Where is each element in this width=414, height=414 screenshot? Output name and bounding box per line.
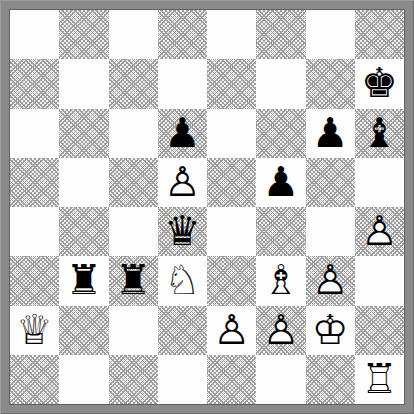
white-bishop: ♝♗ xyxy=(256,256,305,305)
black-pawn-glyph: ♟ xyxy=(306,109,355,158)
square-d8[interactable] xyxy=(158,10,207,59)
white-king: ♚♔ xyxy=(306,306,355,355)
square-a4[interactable] xyxy=(10,207,59,256)
square-c3[interactable]: ♜♜ xyxy=(109,256,158,305)
square-b5[interactable] xyxy=(59,158,108,207)
white-bishop-glyph: ♗ xyxy=(256,256,305,305)
black-rook: ♜♜ xyxy=(59,256,108,305)
white-rook: ♜♖ xyxy=(355,355,404,404)
black-rook-glyph: ♜ xyxy=(59,256,108,305)
square-h5[interactable] xyxy=(355,158,404,207)
square-b3[interactable]: ♜♜ xyxy=(59,256,108,305)
white-pawn: ♟♙ xyxy=(256,306,305,355)
white-pawn-glyph: ♙ xyxy=(256,306,305,355)
black-pawn: ♟♟ xyxy=(306,109,355,158)
square-a7[interactable] xyxy=(10,59,59,108)
square-f3[interactable]: ♝♗ xyxy=(256,256,305,305)
square-f4[interactable] xyxy=(256,207,305,256)
square-c7[interactable] xyxy=(109,59,158,108)
square-h6[interactable]: ♝♝ xyxy=(355,109,404,158)
black-pawn: ♟♟ xyxy=(158,109,207,158)
square-c8[interactable] xyxy=(109,10,158,59)
square-b7[interactable] xyxy=(59,59,108,108)
square-a6[interactable] xyxy=(10,109,59,158)
square-e6[interactable] xyxy=(207,109,256,158)
white-knight-glyph: ♘ xyxy=(158,256,207,305)
square-g2[interactable]: ♚♔ xyxy=(306,306,355,355)
white-queen-glyph: ♕ xyxy=(10,306,59,355)
white-pawn-glyph: ♙ xyxy=(355,207,404,256)
black-pawn-glyph: ♟ xyxy=(256,158,305,207)
square-f2[interactable]: ♟♙ xyxy=(256,306,305,355)
square-h7[interactable]: ♚♚ xyxy=(355,59,404,108)
black-rook-glyph: ♜ xyxy=(109,256,158,305)
white-pawn-glyph: ♙ xyxy=(306,256,355,305)
square-e5[interactable] xyxy=(207,158,256,207)
square-f1[interactable] xyxy=(256,355,305,404)
square-g6[interactable]: ♟♟ xyxy=(306,109,355,158)
square-b8[interactable] xyxy=(59,10,108,59)
square-g5[interactable] xyxy=(306,158,355,207)
black-rook: ♜♜ xyxy=(109,256,158,305)
black-queen-glyph: ♛ xyxy=(158,207,207,256)
white-pawn: ♟♙ xyxy=(158,158,207,207)
square-c2[interactable] xyxy=(109,306,158,355)
white-pawn-glyph: ♙ xyxy=(207,306,256,355)
white-rook-glyph: ♖ xyxy=(355,355,404,404)
square-d2[interactable] xyxy=(158,306,207,355)
black-pawn-glyph: ♟ xyxy=(158,109,207,158)
black-king: ♚♚ xyxy=(355,59,404,108)
square-e7[interactable] xyxy=(207,59,256,108)
black-pawn: ♟♟ xyxy=(256,158,305,207)
square-a1[interactable] xyxy=(10,355,59,404)
square-e1[interactable] xyxy=(207,355,256,404)
black-king-glyph: ♚ xyxy=(355,59,404,108)
square-b6[interactable] xyxy=(59,109,108,158)
square-c4[interactable] xyxy=(109,207,158,256)
square-a5[interactable] xyxy=(10,158,59,207)
square-g8[interactable] xyxy=(306,10,355,59)
square-h1[interactable]: ♜♖ xyxy=(355,355,404,404)
square-a8[interactable] xyxy=(10,10,59,59)
square-e8[interactable] xyxy=(207,10,256,59)
square-b2[interactable] xyxy=(59,306,108,355)
square-c1[interactable] xyxy=(109,355,158,404)
square-d1[interactable] xyxy=(158,355,207,404)
square-h8[interactable] xyxy=(355,10,404,59)
white-king-glyph: ♔ xyxy=(306,306,355,355)
square-a2[interactable]: ♛♕ xyxy=(10,306,59,355)
square-g4[interactable] xyxy=(306,207,355,256)
square-h4[interactable]: ♟♙ xyxy=(355,207,404,256)
board-frame: ♚♚♟♟♟♟♝♝♟♙♟♟♛♛♟♙♜♜♜♜♞♘♝♗♟♙♛♕♟♙♟♙♚♔♜♖ xyxy=(0,0,414,414)
square-h2[interactable] xyxy=(355,306,404,355)
square-g1[interactable] xyxy=(306,355,355,404)
square-c6[interactable] xyxy=(109,109,158,158)
square-f5[interactable]: ♟♟ xyxy=(256,158,305,207)
square-c5[interactable] xyxy=(109,158,158,207)
square-e4[interactable] xyxy=(207,207,256,256)
white-pawn: ♟♙ xyxy=(207,306,256,355)
square-b4[interactable] xyxy=(59,207,108,256)
square-h3[interactable] xyxy=(355,256,404,305)
square-g3[interactable]: ♟♙ xyxy=(306,256,355,305)
square-f8[interactable] xyxy=(256,10,305,59)
square-d7[interactable] xyxy=(158,59,207,108)
white-pawn: ♟♙ xyxy=(355,207,404,256)
square-d4[interactable]: ♛♛ xyxy=(158,207,207,256)
square-b1[interactable] xyxy=(59,355,108,404)
square-f6[interactable] xyxy=(256,109,305,158)
square-f7[interactable] xyxy=(256,59,305,108)
white-queen: ♛♕ xyxy=(10,306,59,355)
square-d3[interactable]: ♞♘ xyxy=(158,256,207,305)
white-pawn-glyph: ♙ xyxy=(158,158,207,207)
chess-board: ♚♚♟♟♟♟♝♝♟♙♟♟♛♛♟♙♜♜♜♜♞♘♝♗♟♙♛♕♟♙♟♙♚♔♜♖ xyxy=(10,10,404,404)
square-e2[interactable]: ♟♙ xyxy=(207,306,256,355)
square-d5[interactable]: ♟♙ xyxy=(158,158,207,207)
square-e3[interactable] xyxy=(207,256,256,305)
white-knight: ♞♘ xyxy=(158,256,207,305)
square-g7[interactable] xyxy=(306,59,355,108)
black-bishop-glyph: ♝ xyxy=(355,109,404,158)
square-a3[interactable] xyxy=(10,256,59,305)
black-queen: ♛♛ xyxy=(158,207,207,256)
square-d6[interactable]: ♟♟ xyxy=(158,109,207,158)
white-pawn: ♟♙ xyxy=(306,256,355,305)
black-bishop: ♝♝ xyxy=(355,109,404,158)
